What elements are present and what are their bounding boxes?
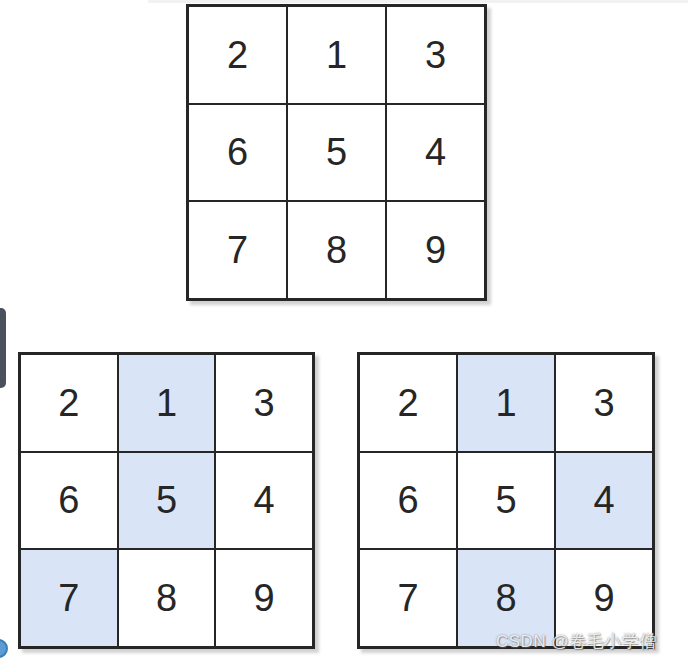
grid-cell-r2c0: 7 [189, 202, 286, 298]
grid-cell-r1c2: 4 [387, 105, 484, 201]
grid-cell-r1c0: 6 [189, 105, 286, 201]
top-edge-strip [148, 0, 688, 3]
grid-cell-r0c0: 2 [360, 355, 456, 451]
left-edge-dot-icon [0, 639, 8, 658]
grid-cell-r0c1: 1 [119, 355, 215, 451]
grid-cell-r2c0: 7 [21, 550, 117, 646]
grid-cell-r0c2: 3 [387, 7, 484, 103]
grid-cell-r1c2: 4 [556, 453, 652, 549]
grid-cell-r1c2: 4 [216, 453, 312, 549]
grid-cell-r2c1: 8 [288, 202, 385, 298]
grid-cell-r1c0: 6 [21, 453, 117, 549]
left-edge-panel-fragment [0, 308, 6, 388]
bottom-right-grid: 2 1 3 6 5 4 7 8 9 [357, 352, 655, 649]
grid-cell-r2c2: 9 [387, 202, 484, 298]
top-grid: 2 1 3 6 5 4 7 8 9 [186, 4, 487, 301]
grid-cell-r0c2: 3 [556, 355, 652, 451]
grid-cell-r2c1: 8 [119, 550, 215, 646]
csdn-watermark: CSDN @卷毛小学僧 [496, 630, 657, 653]
grid-cell-r0c0: 2 [21, 355, 117, 451]
grid-cell-r0c2: 3 [216, 355, 312, 451]
grid-cell-r1c1: 5 [288, 105, 385, 201]
grid-cell-r2c2: 9 [216, 550, 312, 646]
bottom-left-grid: 2 1 3 6 5 4 7 8 9 [18, 352, 315, 649]
grid-cell-r0c1: 1 [458, 355, 554, 451]
grid-cell-r0c1: 1 [288, 7, 385, 103]
grid-cell-r1c1: 5 [119, 453, 215, 549]
grid-cell-r1c1: 5 [458, 453, 554, 549]
grid-cell-r0c0: 2 [189, 7, 286, 103]
grid-cell-r2c0: 7 [360, 550, 456, 646]
grid-cell-r1c0: 6 [360, 453, 456, 549]
